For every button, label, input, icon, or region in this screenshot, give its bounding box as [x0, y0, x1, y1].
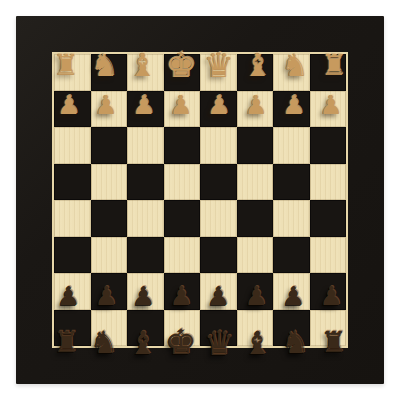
- square-a8: ♜: [310, 310, 347, 347]
- square-d4: [200, 164, 237, 201]
- white-pawn-icon: ♟: [57, 92, 80, 118]
- square-b3: [273, 127, 310, 164]
- square-c8: ♝: [237, 310, 274, 347]
- black-knight-icon: ♞: [91, 327, 119, 358]
- square-f6: [127, 237, 164, 274]
- white-pawn-icon: ♟: [320, 92, 343, 118]
- white-pawn-icon: ♟: [282, 92, 305, 118]
- square-f3: [127, 127, 164, 164]
- white-bishop-icon: ♝: [243, 49, 272, 81]
- black-king-icon: ♚: [165, 325, 196, 360]
- square-h3: [54, 127, 91, 164]
- white-knight-icon: ♞: [282, 50, 310, 81]
- black-pawn-icon: ♟: [320, 283, 343, 309]
- square-d2: ♟: [200, 91, 237, 128]
- square-e6: [164, 237, 201, 274]
- square-h1: ♜: [54, 54, 91, 91]
- playing-area: ♜♞♝♚♛♝♞♜♟♟♟♟♟♟♟♟♟♟♟♟♟♟♟♟♜♞♝♚♛♝♞♜: [52, 52, 348, 348]
- black-pawn-icon: ♟: [170, 283, 193, 309]
- square-c2: ♟: [237, 91, 274, 128]
- square-g8: ♞: [91, 310, 128, 347]
- square-e3: [164, 127, 201, 164]
- square-b4: [273, 164, 310, 201]
- square-b6: [273, 237, 310, 274]
- square-f1: ♝: [127, 54, 164, 91]
- black-pawn-icon: ♟: [57, 283, 80, 309]
- square-d8: ♛: [200, 310, 237, 347]
- black-knight-icon: ♞: [282, 327, 310, 358]
- white-king-icon: ♚: [165, 48, 196, 83]
- square-h2: ♟: [54, 91, 91, 128]
- white-rook-icon: ♜: [53, 51, 79, 80]
- square-d5: [200, 200, 237, 237]
- square-d3: [200, 127, 237, 164]
- square-b1: ♞: [273, 54, 310, 91]
- square-h8: ♜: [54, 310, 91, 347]
- square-e7: ♟: [164, 273, 201, 310]
- square-e5: [164, 200, 201, 237]
- white-pawn-icon: ♟: [170, 92, 193, 118]
- square-g5: [91, 200, 128, 237]
- square-h4: [54, 164, 91, 201]
- square-f8: ♝: [127, 310, 164, 347]
- square-a7: ♟: [310, 273, 347, 310]
- square-a5: [310, 200, 347, 237]
- black-pawn-icon: ♟: [95, 283, 118, 309]
- white-pawn-icon: ♟: [132, 92, 155, 118]
- square-c4: [237, 164, 274, 201]
- square-e2: ♟: [164, 91, 201, 128]
- square-c3: [237, 127, 274, 164]
- square-f2: ♟: [127, 91, 164, 128]
- square-g2: ♟: [91, 91, 128, 128]
- square-d6: [200, 237, 237, 274]
- square-d1: ♛: [200, 54, 237, 91]
- chess-board: ♜♞♝♚♛♝♞♜♟♟♟♟♟♟♟♟♟♟♟♟♟♟♟♟♜♞♝♚♛♝♞♜: [16, 16, 384, 384]
- black-pawn-icon: ♟: [207, 283, 230, 309]
- square-g6: [91, 237, 128, 274]
- square-h6: [54, 237, 91, 274]
- square-a6: [310, 237, 347, 274]
- white-bishop-icon: ♝: [128, 49, 157, 81]
- product-photo-background: ♜♞♝♚♛♝♞♜♟♟♟♟♟♟♟♟♟♟♟♟♟♟♟♟♜♞♝♚♛♝♞♜: [0, 0, 400, 400]
- black-rook-icon: ♜: [53, 328, 79, 357]
- white-pawn-icon: ♟: [95, 92, 118, 118]
- square-c1: ♝: [237, 54, 274, 91]
- square-e4: [164, 164, 201, 201]
- square-g1: ♞: [91, 54, 128, 91]
- square-a2: ♟: [310, 91, 347, 128]
- square-b7: ♟: [273, 273, 310, 310]
- square-e1: ♚: [164, 54, 201, 91]
- square-d7: ♟: [200, 273, 237, 310]
- white-pawn-icon: ♟: [207, 92, 230, 118]
- square-g3: [91, 127, 128, 164]
- square-h7: ♟: [54, 273, 91, 310]
- black-pawn-icon: ♟: [245, 283, 268, 309]
- square-h5: [54, 200, 91, 237]
- square-c5: [237, 200, 274, 237]
- board-grid: ♜♞♝♚♛♝♞♜♟♟♟♟♟♟♟♟♟♟♟♟♟♟♟♟♜♞♝♚♛♝♞♜: [54, 54, 346, 346]
- square-f4: [127, 164, 164, 201]
- white-queen-icon: ♛: [204, 48, 234, 82]
- square-a4: [310, 164, 347, 201]
- square-b5: [273, 200, 310, 237]
- square-c6: [237, 237, 274, 274]
- white-knight-icon: ♞: [91, 50, 119, 81]
- white-rook-icon: ♜: [321, 51, 347, 80]
- black-pawn-icon: ♟: [132, 283, 155, 309]
- square-f7: ♟: [127, 273, 164, 310]
- square-e8: ♚: [164, 310, 201, 347]
- square-b2: ♟: [273, 91, 310, 128]
- black-bishop-icon: ♝: [128, 327, 157, 359]
- black-queen-icon: ♛: [204, 326, 234, 360]
- square-a1: ♜: [310, 54, 347, 91]
- square-c7: ♟: [237, 273, 274, 310]
- square-g4: [91, 164, 128, 201]
- square-g7: ♟: [91, 273, 128, 310]
- white-pawn-icon: ♟: [245, 92, 268, 118]
- black-rook-icon: ♜: [321, 328, 347, 357]
- black-pawn-icon: ♟: [282, 283, 305, 309]
- square-f5: [127, 200, 164, 237]
- square-b8: ♞: [273, 310, 310, 347]
- black-bishop-icon: ♝: [243, 327, 272, 359]
- square-a3: [310, 127, 347, 164]
